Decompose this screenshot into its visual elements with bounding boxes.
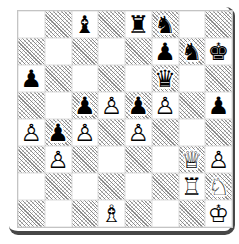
square-a7[interactable] [18,38,45,65]
piece-white-knight-h2: ♘ [205,173,232,200]
square-b7[interactable] [45,38,72,65]
piece-black-queen-f6: ♛ [152,65,179,92]
square-e3[interactable] [125,146,152,173]
square-d4[interactable] [98,119,125,146]
chess-board: ♝♜♞♟♞♚♟♛♟♟♙♟♟♙♟♟♙♟♟♙♟♙♟♙♛♕♟♙♜♖♞♘♝♗♚♔ [17,10,233,228]
square-a3[interactable] [18,146,45,173]
square-h8[interactable] [205,11,232,38]
piece-black-king-h7: ♚ [205,38,232,65]
piece-white-pawn-e4: ♙ [125,119,152,146]
square-g8[interactable] [179,11,206,38]
piece-fill-white-pawn-e4: ♟ [125,119,152,146]
square-d5[interactable]: ♟♙ [98,92,125,119]
piece-fill-white-pawn-c4: ♟ [72,119,99,146]
square-h3[interactable]: ♟♙ [205,146,232,173]
square-c2[interactable] [72,173,99,200]
square-b5[interactable] [45,92,72,119]
square-a8[interactable] [18,11,45,38]
piece-fill-white-pawn-h3: ♟ [205,146,232,173]
piece-fill-white-queen-g3: ♛ [179,146,206,173]
square-g4[interactable] [179,119,206,146]
piece-fill-white-bishop-d1: ♝ [98,200,125,227]
square-f8[interactable]: ♞ [152,11,179,38]
square-h4[interactable] [205,119,232,146]
piece-white-pawn-f5: ♙ [152,92,179,119]
piece-fill-white-king-h1: ♚ [205,200,232,227]
square-a5[interactable] [18,92,45,119]
square-g7[interactable]: ♞ [179,38,206,65]
piece-black-rook-e8: ♜ [125,11,152,38]
piece-white-pawn-a4: ♙ [18,119,45,146]
piece-black-pawn-a6: ♟ [18,65,45,92]
piece-black-pawn-b4: ♟ [45,119,72,146]
square-d7[interactable] [98,38,125,65]
square-c3[interactable] [72,146,99,173]
square-f4[interactable] [152,119,179,146]
square-f6[interactable]: ♛ [152,65,179,92]
square-g6[interactable] [179,65,206,92]
square-a6[interactable]: ♟ [18,65,45,92]
piece-white-king-h1: ♔ [205,200,232,227]
piece-fill-white-pawn-b3: ♟ [45,146,72,173]
square-g2[interactable]: ♜♖ [179,173,206,200]
square-f5[interactable]: ♟♙ [152,92,179,119]
piece-white-rook-g2: ♖ [179,173,206,200]
square-b6[interactable] [45,65,72,92]
piece-black-pawn-f7: ♟ [152,38,179,65]
square-f3[interactable] [152,146,179,173]
square-c6[interactable] [72,65,99,92]
square-f7[interactable]: ♟ [152,38,179,65]
piece-fill-white-rook-g2: ♜ [179,173,206,200]
piece-black-knight-f8: ♞ [152,11,179,38]
square-g1[interactable] [179,200,206,227]
square-e1[interactable] [125,200,152,227]
square-h6[interactable] [205,65,232,92]
square-e7[interactable] [125,38,152,65]
square-b8[interactable] [45,11,72,38]
square-d1[interactable]: ♝♗ [98,200,125,227]
square-c5[interactable]: ♟ [72,92,99,119]
square-f1[interactable] [152,200,179,227]
square-a4[interactable]: ♟♙ [18,119,45,146]
piece-black-knight-g7: ♞ [179,38,206,65]
square-e4[interactable]: ♟♙ [125,119,152,146]
piece-fill-white-pawn-a4: ♟ [18,119,45,146]
piece-white-pawn-d5: ♙ [98,92,125,119]
piece-fill-white-knight-h2: ♞ [205,173,232,200]
square-d6[interactable] [98,65,125,92]
square-d8[interactable] [98,11,125,38]
square-h1[interactable]: ♚♔ [205,200,232,227]
piece-white-pawn-h3: ♙ [205,146,232,173]
square-b1[interactable] [45,200,72,227]
piece-black-pawn-h5: ♟ [205,92,232,119]
square-e2[interactable] [125,173,152,200]
square-g3[interactable]: ♛♕ [179,146,206,173]
square-a1[interactable] [18,200,45,227]
square-d2[interactable] [98,173,125,200]
square-e6[interactable] [125,65,152,92]
piece-fill-white-pawn-d5: ♟ [98,92,125,119]
square-f2[interactable] [152,173,179,200]
piece-white-bishop-d1: ♗ [98,200,125,227]
piece-white-pawn-b3: ♙ [45,146,72,173]
square-b4[interactable]: ♟ [45,119,72,146]
square-e8[interactable]: ♜ [125,11,152,38]
square-h7[interactable]: ♚ [205,38,232,65]
piece-fill-white-pawn-f5: ♟ [152,92,179,119]
square-d3[interactable] [98,146,125,173]
piece-black-pawn-e5: ♟ [125,92,152,119]
square-b3[interactable]: ♟♙ [45,146,72,173]
piece-black-pawn-c5: ♟ [72,92,99,119]
square-a2[interactable] [18,173,45,200]
piece-white-queen-g3: ♕ [179,146,206,173]
square-c4[interactable]: ♟♙ [72,119,99,146]
square-c7[interactable] [72,38,99,65]
piece-black-bishop-c8: ♝ [72,11,99,38]
square-c8[interactable]: ♝ [72,11,99,38]
square-e5[interactable]: ♟ [125,92,152,119]
square-g5[interactable] [179,92,206,119]
square-c1[interactable] [72,200,99,227]
square-b2[interactable] [45,173,72,200]
piece-white-pawn-c4: ♙ [72,119,99,146]
square-h5[interactable]: ♟ [205,92,232,119]
square-h2[interactable]: ♞♘ [205,173,232,200]
